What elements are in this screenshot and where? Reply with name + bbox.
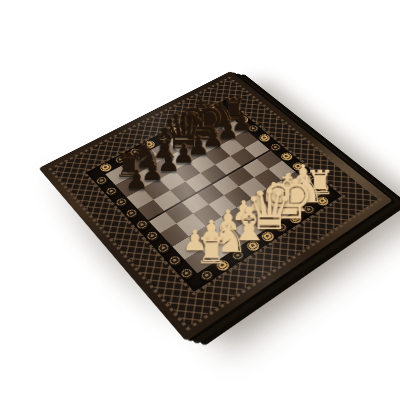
bead-trim-inner: ♜♞♝♛♚♝♞♜♟♟♟♟♟♟♟♟♟♟♟♟♟♟♟♟♜♞♝♛♚♝♞♜ xyxy=(82,97,346,296)
square-e5[interactable] xyxy=(200,164,227,184)
playfield: ♜♞♝♛♚♝♞♜♟♟♟♟♟♟♟♟♟♟♟♟♟♟♟♟♜♞♝♛♚♝♞♜ xyxy=(104,110,323,274)
square-d4[interactable] xyxy=(197,184,224,205)
chess-board: ♜♞♝♛♚♝♞♜♟♟♟♟♟♟♟♟♟♟♟♟♟♟♟♟♜♞♝♛♚♝♞♜ xyxy=(39,71,393,341)
carved-lattice-border: ♜♞♝♛♚♝♞♜♟♟♟♟♟♟♟♟♟♟♟♟♟♟♟♟♜♞♝♛♚♝♞♜ xyxy=(52,79,378,327)
disc-trough: ♜♞♝♛♚♝♞♜♟♟♟♟♟♟♟♟♟♟♟♟♟♟♟♟♜♞♝♛♚♝♞♜ xyxy=(86,99,342,292)
product-photo: ♜♞♝♛♚♝♞♜♟♟♟♟♟♟♟♟♟♟♟♟♟♟♟♟♜♞♝♛♚♝♞♜ xyxy=(0,0,400,400)
piece-white-rook[interactable]: ♜ xyxy=(195,233,216,268)
piece-black-pawn[interactable]: ♟ xyxy=(125,167,144,192)
checker-disc xyxy=(143,229,162,244)
bead-trim-outer: ♜♞♝♛♚♝♞♜♟♟♟♟♟♟♟♟♟♟♟♟♟♟♟♟♜♞♝♛♚♝♞♜ xyxy=(48,77,382,331)
